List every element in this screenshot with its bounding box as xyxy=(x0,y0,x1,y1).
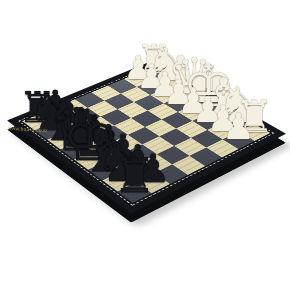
chess-set-photo: ♜♞♝♛♚♝♞♜♟♟♟♟♟♟♟♟♟♟♟♟♟♟♟♟♜♞♝♛♚♝♞♜ www.boa… xyxy=(0,0,290,290)
chess-board xyxy=(7,59,286,213)
board-squares xyxy=(22,66,270,203)
